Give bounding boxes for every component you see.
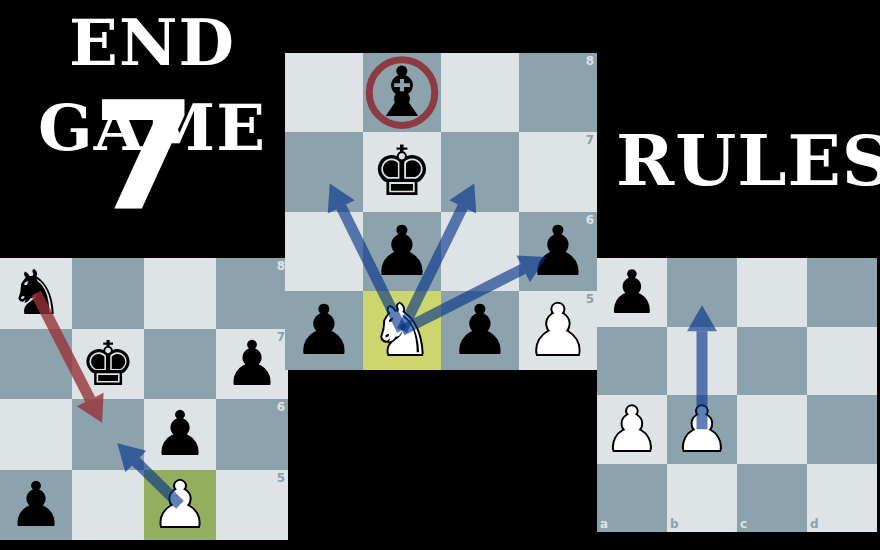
white-knight-f5: ♞ <box>363 291 441 370</box>
square-a7 <box>0 329 72 400</box>
black-king-f7: ♚ <box>363 132 441 211</box>
file-label-a: a <box>600 518 608 530</box>
black-pawn-a5: ♟ <box>0 470 72 541</box>
square-c2 <box>737 395 807 464</box>
square-b4 <box>667 258 737 327</box>
black-pawn-c6: ♟ <box>144 399 216 470</box>
square-d1: d <box>807 464 877 533</box>
rank-label-7: 7 <box>586 134 594 146</box>
file-label-d: d <box>810 518 819 530</box>
square-b8 <box>72 258 144 329</box>
white-pawn-a2: ♟ <box>597 395 667 464</box>
black-pawn-d7: ♟ <box>216 329 288 400</box>
square-h8: 8 <box>519 53 597 132</box>
white-pawn-b2: ♟ <box>667 395 737 464</box>
rank-label-5: 5 <box>277 472 285 484</box>
square-c3 <box>737 327 807 396</box>
square-g7 <box>441 132 519 211</box>
square-a6 <box>0 399 72 470</box>
black-pawn-f6: ♟ <box>363 212 441 291</box>
white-pawn-h5: ♟ <box>519 291 597 370</box>
square-h7: 7 <box>519 132 597 211</box>
black-pawn-e5: ♟ <box>285 291 363 370</box>
rank-label-8: 8 <box>277 260 285 272</box>
square-a1: a <box>597 464 667 533</box>
square-d2 <box>807 395 877 464</box>
headline-rules: RULES <box>616 126 880 196</box>
square-b6 <box>72 399 144 470</box>
square-c7 <box>144 329 216 400</box>
left-board: 8765♞♚♟♟♟♟ <box>0 258 288 540</box>
black-pawn-h6: ♟ <box>519 212 597 291</box>
square-d8: 8 <box>216 258 288 329</box>
black-pawn-a4: ♟ <box>597 258 667 327</box>
square-a3 <box>597 327 667 396</box>
rank-label-8: 8 <box>586 55 594 67</box>
square-b3 <box>667 327 737 396</box>
right-board: abcd♟♟♟ <box>597 258 877 532</box>
square-b5 <box>72 470 144 541</box>
black-knight-a8: ♞ <box>0 258 72 329</box>
black-pawn-g5: ♟ <box>441 291 519 370</box>
square-e7 <box>285 132 363 211</box>
square-c4 <box>737 258 807 327</box>
square-g6 <box>441 212 519 291</box>
square-d3 <box>807 327 877 396</box>
thumbnail-canvas: 7 RULES END GAME 8765♞♚♟♟♟♟8765♝♚♟♟♟♞♟♟a… <box>0 0 880 550</box>
square-d4 <box>807 258 877 327</box>
white-pawn-c5: ♟ <box>144 470 216 541</box>
square-d6: 6 <box>216 399 288 470</box>
square-e8 <box>285 53 363 132</box>
file-label-c: c <box>740 518 747 530</box>
square-b1: b <box>667 464 737 533</box>
headline-number: 7 <box>92 82 196 232</box>
square-c8 <box>144 258 216 329</box>
square-e6 <box>285 212 363 291</box>
square-d5: 5 <box>216 470 288 541</box>
square-g8 <box>441 53 519 132</box>
rank-label-6: 6 <box>277 401 285 413</box>
black-bishop-f8: ♝ <box>363 53 441 132</box>
black-king-b7: ♚ <box>72 329 144 400</box>
center-board: 8765♝♚♟♟♟♞♟♟ <box>285 53 597 370</box>
square-c1: c <box>737 464 807 533</box>
file-label-b: b <box>670 518 679 530</box>
